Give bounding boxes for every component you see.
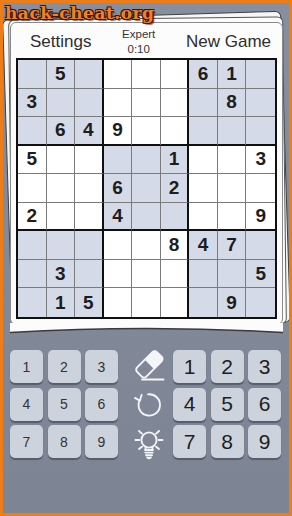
sudoku-cell[interactable]: 3 (47, 260, 76, 289)
header-bar: Settings Expert 0:10 New Game (11, 23, 282, 58)
sudoku-cell[interactable]: 9 (218, 288, 247, 317)
sudoku-cell[interactable]: 6 (104, 174, 133, 203)
undo-button[interactable] (128, 387, 170, 424)
sudoku-cell[interactable] (246, 174, 275, 203)
numpad-small-key-1[interactable]: 1 (10, 350, 43, 383)
sudoku-cell[interactable] (218, 260, 247, 289)
sudoku-cell[interactable] (47, 89, 76, 118)
numpad-small-key-7[interactable]: 7 (10, 425, 43, 458)
tool-column (128, 348, 170, 463)
sudoku-cell[interactable] (47, 146, 76, 175)
sudoku-cell[interactable] (18, 260, 47, 289)
numpad-small-key-3[interactable]: 3 (85, 350, 118, 383)
numpad-small: 123456789 (10, 350, 118, 458)
sudoku-cell[interactable] (218, 117, 247, 146)
sudoku-cell[interactable] (18, 288, 47, 317)
sudoku-cell[interactable] (218, 203, 247, 232)
sudoku-cell[interactable] (75, 260, 104, 289)
new-game-button[interactable]: New Game (186, 32, 271, 52)
sudoku-cell[interactable] (132, 288, 161, 317)
sudoku-cell[interactable] (18, 60, 47, 89)
sudoku-cell[interactable] (246, 231, 275, 260)
sudoku-cell[interactable]: 1 (218, 60, 247, 89)
sudoku-cell[interactable] (18, 231, 47, 260)
watermark-text: hack-cheat.org (5, 3, 154, 23)
settings-button[interactable]: Settings (30, 32, 91, 52)
sudoku-cell[interactable]: 7 (218, 231, 247, 260)
numpad-large-key-2[interactable]: 2 (211, 350, 244, 383)
difficulty-timer: Expert 0:10 (122, 27, 155, 56)
sudoku-cell[interactable] (246, 117, 275, 146)
sudoku-cell[interactable] (246, 89, 275, 118)
sudoku-cell[interactable] (161, 60, 190, 89)
sudoku-cell[interactable] (161, 203, 190, 232)
sudoku-cell[interactable]: 8 (218, 89, 247, 118)
timer-value: 0:10 (122, 42, 155, 56)
sudoku-cell[interactable]: 8 (161, 231, 190, 260)
sudoku-cell[interactable] (104, 260, 133, 289)
numpad-large-key-1[interactable]: 1 (173, 350, 206, 383)
sudoku-cell[interactable]: 2 (161, 174, 190, 203)
sudoku-cell[interactable] (104, 288, 133, 317)
hint-button[interactable] (128, 426, 170, 463)
sudoku-cell[interactable] (104, 146, 133, 175)
numpad-small-key-4[interactable]: 4 (10, 388, 43, 421)
numpad-small-key-8[interactable]: 8 (48, 425, 81, 458)
sudoku-grid: 561386495136224984735159 (16, 58, 277, 319)
sudoku-cell[interactable] (132, 174, 161, 203)
sudoku-cell[interactable] (18, 174, 47, 203)
sudoku-cell[interactable] (75, 203, 104, 232)
difficulty-label: Expert (122, 27, 155, 41)
sudoku-cell[interactable] (218, 146, 247, 175)
sudoku-cell[interactable] (189, 89, 218, 118)
sudoku-cell[interactable] (75, 60, 104, 89)
sudoku-cell[interactable]: 1 (161, 146, 190, 175)
sudoku-cell[interactable] (132, 231, 161, 260)
numpad-large-key-8[interactable]: 8 (211, 425, 244, 458)
sudoku-cell[interactable] (189, 288, 218, 317)
numpad-large-key-6[interactable]: 6 (248, 388, 281, 421)
sudoku-cell[interactable] (75, 89, 104, 118)
undo-icon (129, 387, 169, 424)
sudoku-cell[interactable] (218, 174, 247, 203)
sudoku-cell[interactable] (189, 203, 218, 232)
sudoku-cell[interactable] (47, 203, 76, 232)
sudoku-cell[interactable] (246, 288, 275, 317)
numpad-large-key-3[interactable]: 3 (248, 350, 281, 383)
sudoku-cell[interactable] (132, 89, 161, 118)
sudoku-cell[interactable] (132, 260, 161, 289)
sudoku-cell[interactable] (18, 117, 47, 146)
sudoku-cell[interactable] (75, 231, 104, 260)
sudoku-cell[interactable]: 9 (104, 117, 133, 146)
numpad-small-key-2[interactable]: 2 (48, 350, 81, 383)
sudoku-cell[interactable]: 4 (104, 203, 133, 232)
page-curl-edge (10, 323, 283, 336)
sudoku-cell[interactable]: 6 (47, 117, 76, 146)
sudoku-cell[interactable]: 5 (246, 260, 275, 289)
lightbulb-icon (129, 426, 169, 464)
sudoku-cell[interactable] (47, 174, 76, 203)
eraser-button[interactable] (128, 348, 170, 385)
sudoku-cell[interactable]: 5 (47, 60, 76, 89)
sudoku-cell[interactable] (161, 89, 190, 118)
sudoku-cell[interactable] (189, 117, 218, 146)
sudoku-cell[interactable] (189, 174, 218, 203)
sudoku-cell[interactable] (132, 203, 161, 232)
sudoku-cell[interactable] (104, 231, 133, 260)
sudoku-cell[interactable] (104, 60, 133, 89)
numpad-small-key-9[interactable]: 9 (85, 425, 118, 458)
sudoku-cell[interactable] (161, 260, 190, 289)
sudoku-cell[interactable] (75, 146, 104, 175)
sudoku-cell[interactable] (47, 231, 76, 260)
sudoku-cell[interactable] (104, 89, 133, 118)
sudoku-cell[interactable] (189, 260, 218, 289)
numpad-large-key-9[interactable]: 9 (248, 425, 281, 458)
numpad-small-key-6[interactable]: 6 (85, 388, 118, 421)
sudoku-cell[interactable]: 4 (189, 231, 218, 260)
numpad-large-key-4[interactable]: 4 (173, 388, 206, 421)
sudoku-cell[interactable]: 9 (246, 203, 275, 232)
sudoku-cell[interactable]: 3 (18, 89, 47, 118)
sudoku-cell[interactable]: 6 (189, 60, 218, 89)
sudoku-cell[interactable]: 3 (246, 146, 275, 175)
sudoku-cell[interactable] (161, 117, 190, 146)
sudoku-card: Settings Expert 0:10 New Game 5613864951… (10, 22, 283, 325)
sudoku-cell[interactable]: 1 (47, 288, 76, 317)
sudoku-cell[interactable]: 4 (75, 117, 104, 146)
sudoku-cell[interactable] (132, 117, 161, 146)
numpad-large: 123456789 (173, 350, 281, 458)
numpad-large-key-7[interactable]: 7 (173, 425, 206, 458)
sudoku-cell[interactable] (75, 174, 104, 203)
sudoku-cell[interactable] (161, 288, 190, 317)
sudoku-cell[interactable]: 5 (18, 146, 47, 175)
sudoku-cell[interactable]: 2 (18, 203, 47, 232)
numpad-small-key-5[interactable]: 5 (48, 388, 81, 421)
sudoku-cell[interactable]: 5 (75, 288, 104, 317)
sudoku-cell[interactable] (132, 60, 161, 89)
eraser-icon (129, 348, 169, 385)
sudoku-cell[interactable] (246, 60, 275, 89)
numpad-large-key-5[interactable]: 5 (211, 388, 244, 421)
app-screen: Settings Expert 0:10 New Game 5613864951… (0, 0, 292, 516)
sudoku-cell[interactable] (132, 146, 161, 175)
sudoku-cell[interactable] (189, 146, 218, 175)
